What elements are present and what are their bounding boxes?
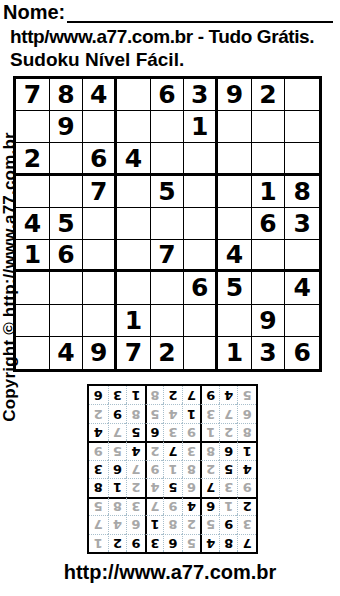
puzzle-cell-r1c3: 4 bbox=[83, 79, 117, 111]
puzzle-cell-r8c6 bbox=[184, 305, 218, 337]
solution-cell-r3c8: 8 bbox=[108, 497, 127, 515]
puzzle-cell-r6c5: 7 bbox=[151, 240, 185, 272]
solution-cell-r6c5: 7 bbox=[163, 441, 182, 459]
solution-cell-r4c2: 3 bbox=[219, 478, 238, 496]
puzzle-cell-r8c5 bbox=[151, 305, 185, 337]
puzzle-cell-r6c4 bbox=[117, 240, 151, 272]
solution-cell-r6c7: 4 bbox=[126, 441, 145, 459]
puzzle-level-title: Sudoku Nível Fácil. bbox=[10, 49, 184, 71]
solution-cell-r5c5: 1 bbox=[163, 460, 182, 478]
solution-cell-r7c6: 6 bbox=[145, 423, 164, 441]
solution-cell-r1c6: 3 bbox=[145, 534, 164, 552]
solution-cell-r3c2: 1 bbox=[219, 497, 238, 515]
solution-cell-r7c3: 1 bbox=[200, 423, 219, 441]
solution-cell-r3c7: 3 bbox=[126, 497, 145, 515]
solution-cell-r2c1: 3 bbox=[237, 515, 256, 533]
puzzle-cell-r2c6: 1 bbox=[184, 111, 218, 143]
puzzle-cell-r3c4: 4 bbox=[117, 143, 151, 175]
puzzle-cell-r1c8: 2 bbox=[252, 79, 286, 111]
solution-cell-r2c6: 1 bbox=[145, 515, 164, 533]
puzzle-cell-r7c6: 6 bbox=[184, 272, 218, 304]
footer-url: http://www.a77.com.br bbox=[0, 561, 340, 584]
solution-cell-r5c1: 4 bbox=[237, 460, 256, 478]
puzzle-cell-r4c3: 7 bbox=[83, 176, 117, 208]
puzzle-cell-r1c1: 7 bbox=[16, 79, 50, 111]
puzzle-cell-r7c3 bbox=[83, 272, 117, 304]
solution-cell-r1c4: 5 bbox=[182, 534, 201, 552]
puzzle-cell-r6c8 bbox=[252, 240, 286, 272]
solution-cell-r3c6: 7 bbox=[145, 497, 164, 515]
puzzle-cell-r2c1 bbox=[16, 111, 50, 143]
puzzle-cell-r9c2: 4 bbox=[50, 337, 84, 369]
puzzle-cell-r5c4 bbox=[117, 208, 151, 240]
puzzle-cell-r1c5: 6 bbox=[151, 79, 185, 111]
puzzle-cell-r4c8: 1 bbox=[252, 176, 286, 208]
puzzle-cell-r7c4 bbox=[117, 272, 151, 304]
solution-cell-r5c3: 2 bbox=[200, 460, 219, 478]
puzzle-cell-r8c7 bbox=[218, 305, 252, 337]
solution-cell-r2c9: 7 bbox=[89, 515, 108, 533]
solution-cell-r7c8: 7 bbox=[108, 423, 127, 441]
puzzle-cell-r3c9 bbox=[285, 143, 319, 175]
puzzle-cell-r4c1 bbox=[16, 176, 50, 208]
solution-cell-r6c1: 1 bbox=[237, 441, 256, 459]
puzzle-cell-r5c8: 6 bbox=[252, 208, 286, 240]
solution-cell-r1c1: 7 bbox=[237, 534, 256, 552]
puzzle-cell-r6c6 bbox=[184, 240, 218, 272]
solution-cell-r8c8: 9 bbox=[108, 404, 127, 422]
solution-cell-r4c1: 9 bbox=[237, 478, 256, 496]
puzzle-cell-r7c2 bbox=[50, 272, 84, 304]
puzzle-cell-r8c9 bbox=[285, 305, 319, 337]
sudoku-solution-grid-upside-down: 7845639213952816472164973859376542184528… bbox=[87, 384, 258, 554]
solution-cell-r4c8: 1 bbox=[108, 478, 127, 496]
solution-cell-r9c6: 8 bbox=[145, 386, 164, 404]
solution-cell-r3c4: 4 bbox=[182, 497, 201, 515]
name-underline bbox=[67, 2, 333, 23]
solution-cell-r7c4: 9 bbox=[182, 423, 201, 441]
solution-cell-r2c4: 2 bbox=[182, 515, 201, 533]
solution-cell-r7c5: 3 bbox=[163, 423, 182, 441]
puzzle-cell-r6c7: 4 bbox=[218, 240, 252, 272]
solution-cell-r8c7: 8 bbox=[126, 404, 145, 422]
solution-cell-r2c7: 6 bbox=[126, 515, 145, 533]
solution-cell-r8c1: 6 bbox=[237, 404, 256, 422]
solution-cell-r2c2: 9 bbox=[219, 515, 238, 533]
puzzle-cell-r9c5: 2 bbox=[151, 337, 185, 369]
sudoku-puzzle-grid: 784639291264751845631674654194972136 bbox=[13, 76, 322, 372]
puzzle-cell-r5c5 bbox=[151, 208, 185, 240]
puzzle-cell-r1c4 bbox=[117, 79, 151, 111]
puzzle-cell-r3c5 bbox=[151, 143, 185, 175]
solution-cell-r3c3: 6 bbox=[200, 497, 219, 515]
solution-cell-r4c7: 2 bbox=[126, 478, 145, 496]
puzzle-cell-r6c1: 1 bbox=[16, 240, 50, 272]
puzzle-cell-r7c7: 5 bbox=[218, 272, 252, 304]
solution-cell-r8c4: 1 bbox=[182, 404, 201, 422]
solution-cell-r9c1: 5 bbox=[237, 386, 256, 404]
solution-cell-r1c8: 2 bbox=[108, 534, 127, 552]
puzzle-cell-r4c4 bbox=[117, 176, 151, 208]
puzzle-cell-r9c6 bbox=[184, 337, 218, 369]
puzzle-cell-r1c2: 8 bbox=[50, 79, 84, 111]
puzzle-cell-r9c4: 7 bbox=[117, 337, 151, 369]
solution-cell-r4c4: 6 bbox=[182, 478, 201, 496]
name-row: Nome: bbox=[3, 1, 333, 23]
puzzle-cell-r5c2: 5 bbox=[50, 208, 84, 240]
puzzle-cell-r8c2 bbox=[50, 305, 84, 337]
puzzle-cell-r2c3 bbox=[83, 111, 117, 143]
puzzle-cell-r3c6 bbox=[184, 143, 218, 175]
copyright-text: Copyright © http://www.a77.com.br bbox=[0, 132, 20, 422]
puzzle-cell-r7c1 bbox=[16, 272, 50, 304]
solution-cell-r9c7: 1 bbox=[126, 386, 145, 404]
puzzle-cell-r6c2: 6 bbox=[50, 240, 84, 272]
solution-cell-r6c2: 6 bbox=[219, 441, 238, 459]
puzzle-cell-r8c3 bbox=[83, 305, 117, 337]
solution-cell-r8c6: 5 bbox=[145, 404, 164, 422]
name-label: Nome: bbox=[3, 1, 65, 23]
solution-cell-r5c2: 5 bbox=[219, 460, 238, 478]
solution-cell-r3c1: 2 bbox=[237, 497, 256, 515]
solution-cell-r6c8: 5 bbox=[108, 441, 127, 459]
puzzle-cell-r5c3 bbox=[83, 208, 117, 240]
solution-cell-r2c8: 4 bbox=[108, 515, 127, 533]
solution-cell-r5c8: 6 bbox=[108, 460, 127, 478]
solution-cell-r7c7: 5 bbox=[126, 423, 145, 441]
puzzle-cell-r2c7 bbox=[218, 111, 252, 143]
solution-cell-r6c9: 9 bbox=[89, 441, 108, 459]
solution-cell-r3c5: 9 bbox=[163, 497, 182, 515]
puzzle-cell-r5c7 bbox=[218, 208, 252, 240]
solution-cell-r9c8: 3 bbox=[108, 386, 127, 404]
solution-cell-r1c2: 8 bbox=[219, 534, 238, 552]
site-title: http/www.a77.com.br - Tudo Grátis. bbox=[10, 26, 314, 48]
solution-cell-r9c3: 9 bbox=[200, 386, 219, 404]
solution-cell-r7c2: 2 bbox=[219, 423, 238, 441]
puzzle-cell-r8c1 bbox=[16, 305, 50, 337]
puzzle-cell-r1c6: 3 bbox=[184, 79, 218, 111]
solution-cell-r5c9: 3 bbox=[89, 460, 108, 478]
solution-cell-r1c9: 1 bbox=[89, 534, 108, 552]
solution-cell-r5c7: 7 bbox=[126, 460, 145, 478]
puzzle-cell-r9c8: 3 bbox=[252, 337, 286, 369]
solution-cell-r8c3: 3 bbox=[200, 404, 219, 422]
puzzle-cell-r1c9 bbox=[285, 79, 319, 111]
puzzle-cell-r4c9: 8 bbox=[285, 176, 319, 208]
puzzle-cell-r9c1 bbox=[16, 337, 50, 369]
solution-cell-r4c5: 5 bbox=[163, 478, 182, 496]
solution-cell-r8c2: 7 bbox=[219, 404, 238, 422]
solution-cell-r7c9: 4 bbox=[89, 423, 108, 441]
puzzle-cell-r9c9: 6 bbox=[285, 337, 319, 369]
solution-cell-r8c5: 4 bbox=[163, 404, 182, 422]
puzzle-cell-r3c3: 6 bbox=[83, 143, 117, 175]
puzzle-cell-r8c8: 9 bbox=[252, 305, 286, 337]
puzzle-cell-r4c2 bbox=[50, 176, 84, 208]
puzzle-cell-r9c3: 9 bbox=[83, 337, 117, 369]
puzzle-cell-r8c4: 1 bbox=[117, 305, 151, 337]
puzzle-cell-r2c5 bbox=[151, 111, 185, 143]
solution-cell-r7c1: 8 bbox=[237, 423, 256, 441]
solution-cell-r1c7: 9 bbox=[126, 534, 145, 552]
puzzle-cell-r4c7 bbox=[218, 176, 252, 208]
solution-cell-r4c9: 8 bbox=[89, 478, 108, 496]
solution-cell-r6c6: 2 bbox=[145, 441, 164, 459]
solution-cell-r2c5: 8 bbox=[163, 515, 182, 533]
puzzle-cell-r3c2 bbox=[50, 143, 84, 175]
solution-cell-r1c5: 6 bbox=[163, 534, 182, 552]
puzzle-cell-r4c6 bbox=[184, 176, 218, 208]
solution-cell-r4c3: 7 bbox=[200, 478, 219, 496]
puzzle-cell-r3c1: 2 bbox=[16, 143, 50, 175]
puzzle-cell-r2c8 bbox=[252, 111, 286, 143]
puzzle-cell-r7c5 bbox=[151, 272, 185, 304]
solution-cell-r5c6: 9 bbox=[145, 460, 164, 478]
solution-cell-r3c9: 5 bbox=[89, 497, 108, 515]
puzzle-cell-r2c9 bbox=[285, 111, 319, 143]
solution-cell-r8c9: 2 bbox=[89, 404, 108, 422]
puzzle-cell-r5c1: 4 bbox=[16, 208, 50, 240]
solution-cell-r9c9: 6 bbox=[89, 386, 108, 404]
puzzle-cell-r7c8 bbox=[252, 272, 286, 304]
solution-cell-r6c3: 8 bbox=[200, 441, 219, 459]
solution-cell-r6c4: 3 bbox=[182, 441, 201, 459]
solution-cell-r9c2: 4 bbox=[219, 386, 238, 404]
puzzle-cell-r1c7: 9 bbox=[218, 79, 252, 111]
puzzle-cell-r6c9 bbox=[285, 240, 319, 272]
puzzle-cell-r6c3 bbox=[83, 240, 117, 272]
solution-cell-r9c4: 7 bbox=[182, 386, 201, 404]
solution-cell-r1c3: 4 bbox=[200, 534, 219, 552]
puzzle-cell-r3c7 bbox=[218, 143, 252, 175]
puzzle-cell-r5c6 bbox=[184, 208, 218, 240]
solution-cell-r4c6: 4 bbox=[145, 478, 164, 496]
puzzle-cell-r2c2: 9 bbox=[50, 111, 84, 143]
solution-cell-r5c4: 8 bbox=[182, 460, 201, 478]
puzzle-cell-r5c9: 3 bbox=[285, 208, 319, 240]
puzzle-cell-r2c4 bbox=[117, 111, 151, 143]
puzzle-cell-r3c8 bbox=[252, 143, 286, 175]
solution-cell-r2c3: 5 bbox=[200, 515, 219, 533]
puzzle-cell-r7c9: 4 bbox=[285, 272, 319, 304]
puzzle-cell-r4c5: 5 bbox=[151, 176, 185, 208]
solution-cell-r9c5: 2 bbox=[163, 386, 182, 404]
puzzle-cell-r9c7: 1 bbox=[218, 337, 252, 369]
